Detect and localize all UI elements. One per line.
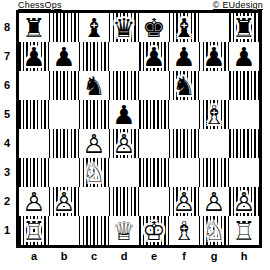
piece-black-rook[interactable]: ♜ (229, 13, 259, 42)
square-b6[interactable] (49, 71, 79, 100)
square-g7[interactable]: ♟ (199, 42, 229, 71)
square-b3[interactable] (49, 158, 79, 187)
square-f2[interactable]: ♙ (169, 187, 199, 216)
piece-white-pawn[interactable]: ♙ (49, 187, 79, 216)
piece-black-pawn[interactable]: ♟ (49, 42, 79, 71)
piece-black-knight[interactable]: ♞ (169, 71, 199, 100)
piece-black-pawn[interactable]: ♟ (199, 42, 229, 71)
square-d2[interactable] (109, 187, 139, 216)
square-e3[interactable] (139, 158, 169, 187)
square-b4[interactable] (49, 129, 79, 158)
square-a8[interactable]: ♜ (19, 13, 49, 42)
file-label-a: a (19, 249, 49, 263)
square-a3[interactable] (19, 158, 49, 187)
square-e5[interactable] (139, 100, 169, 129)
piece-black-queen[interactable]: ♛ (109, 13, 139, 42)
file-label-e: e (139, 249, 169, 263)
square-f6[interactable]: ♞ (169, 71, 199, 100)
square-h2[interactable]: ♙ (229, 187, 259, 216)
square-c2[interactable] (79, 187, 109, 216)
square-h8[interactable]: ♜ (229, 13, 259, 42)
square-c4[interactable]: ♙ (79, 129, 109, 158)
square-e6[interactable] (139, 71, 169, 100)
piece-white-rook[interactable]: ♖ (19, 216, 49, 245)
piece-black-pawn[interactable]: ♟ (19, 42, 49, 71)
square-a6[interactable] (19, 71, 49, 100)
square-g6[interactable] (199, 71, 229, 100)
square-e1[interactable]: ♔ (139, 216, 169, 245)
piece-black-pawn[interactable]: ♟ (109, 100, 139, 129)
square-b5[interactable] (49, 100, 79, 129)
chess-diagram: ChessOps © EUdesign ♜♝♛♚♝♜♟♟♟♟♟♟♞♞♟♗♙♙♘♙… (0, 0, 270, 270)
piece-white-pawn[interactable]: ♙ (169, 187, 199, 216)
square-f1[interactable]: ♗ (169, 216, 199, 245)
rank-label-4: 4 (0, 129, 14, 158)
piece-white-pawn[interactable]: ♙ (229, 187, 259, 216)
square-h7[interactable]: ♟ (229, 42, 259, 71)
square-c8[interactable]: ♝ (79, 13, 109, 42)
chess-board[interactable]: ♜♝♛♚♝♜♟♟♟♟♟♟♞♞♟♗♙♙♘♙♙♙♙♙♖♕♔♗♘♖ (16, 10, 262, 248)
rank-label-7: 7 (0, 42, 14, 71)
square-f8[interactable]: ♝ (169, 13, 199, 42)
square-h5[interactable] (229, 100, 259, 129)
piece-white-pawn[interactable]: ♙ (19, 187, 49, 216)
file-label-b: b (49, 249, 79, 263)
square-a2[interactable]: ♙ (19, 187, 49, 216)
square-c3[interactable]: ♘ (79, 158, 109, 187)
piece-white-bishop[interactable]: ♗ (199, 100, 229, 129)
piece-white-king[interactable]: ♔ (139, 216, 169, 245)
square-h4[interactable] (229, 129, 259, 158)
rank-label-2: 2 (0, 187, 14, 216)
rank-label-3: 3 (0, 158, 14, 187)
square-g5[interactable]: ♗ (199, 100, 229, 129)
piece-black-pawn[interactable]: ♟ (169, 42, 199, 71)
square-e8[interactable]: ♚ (139, 13, 169, 42)
square-e7[interactable]: ♟ (139, 42, 169, 71)
square-d7[interactable] (109, 42, 139, 71)
rank-label-8: 8 (0, 13, 14, 42)
square-d6[interactable] (109, 71, 139, 100)
square-g8[interactable] (199, 13, 229, 42)
piece-white-queen[interactable]: ♕ (109, 216, 139, 245)
square-d5[interactable]: ♟ (109, 100, 139, 129)
file-label-f: f (169, 249, 199, 263)
square-g1[interactable]: ♘ (199, 216, 229, 245)
file-label-g: g (199, 249, 229, 263)
rank-label-1: 1 (0, 216, 14, 245)
square-b8[interactable] (49, 13, 79, 42)
square-a7[interactable]: ♟ (19, 42, 49, 71)
piece-black-pawn[interactable]: ♟ (229, 42, 259, 71)
rank-label-6: 6 (0, 71, 14, 100)
square-c6[interactable]: ♞ (79, 71, 109, 100)
square-g2[interactable]: ♙ (199, 187, 229, 216)
piece-black-rook[interactable]: ♜ (19, 13, 49, 42)
file-label-d: d (109, 249, 139, 263)
square-a1[interactable]: ♖ (19, 216, 49, 245)
square-d1[interactable]: ♕ (109, 216, 139, 245)
square-h1[interactable]: ♖ (229, 216, 259, 245)
square-h3[interactable] (229, 158, 259, 187)
piece-white-rook[interactable]: ♖ (229, 216, 259, 245)
piece-black-bishop[interactable]: ♝ (79, 13, 109, 42)
square-b7[interactable]: ♟ (49, 42, 79, 71)
piece-white-bishop[interactable]: ♗ (169, 216, 199, 245)
square-f3[interactable] (169, 158, 199, 187)
square-b2[interactable]: ♙ (49, 187, 79, 216)
square-f4[interactable] (169, 129, 199, 158)
square-a4[interactable] (19, 129, 49, 158)
square-f7[interactable]: ♟ (169, 42, 199, 71)
piece-black-bishop[interactable]: ♝ (169, 13, 199, 42)
rank-label-5: 5 (0, 100, 14, 129)
file-label-c: c (79, 249, 109, 263)
square-c7[interactable] (79, 42, 109, 71)
piece-black-knight[interactable]: ♞ (79, 71, 109, 100)
piece-white-pawn[interactable]: ♙ (199, 187, 229, 216)
piece-white-knight[interactable]: ♘ (79, 158, 109, 187)
square-d4[interactable]: ♙ (109, 129, 139, 158)
square-e2[interactable] (139, 187, 169, 216)
square-h6[interactable] (229, 71, 259, 100)
square-d3[interactable] (109, 158, 139, 187)
file-label-h: h (229, 249, 259, 263)
piece-white-pawn[interactable]: ♙ (79, 129, 109, 158)
piece-white-knight[interactable]: ♘ (199, 216, 229, 245)
square-f5[interactable] (169, 100, 199, 129)
copyright-credit: © EUdesign (213, 0, 263, 10)
square-g3[interactable] (199, 158, 229, 187)
piece-black-pawn[interactable]: ♟ (139, 42, 169, 71)
app-title: ChessOps (18, 0, 62, 10)
square-b1[interactable] (49, 216, 79, 245)
square-g4[interactable] (199, 129, 229, 158)
square-e4[interactable] (139, 129, 169, 158)
piece-black-king[interactable]: ♚ (139, 13, 169, 42)
square-d8[interactable]: ♛ (109, 13, 139, 42)
square-a5[interactable] (19, 100, 49, 129)
square-c1[interactable] (79, 216, 109, 245)
piece-white-pawn[interactable]: ♙ (109, 129, 139, 158)
square-c5[interactable] (79, 100, 109, 129)
